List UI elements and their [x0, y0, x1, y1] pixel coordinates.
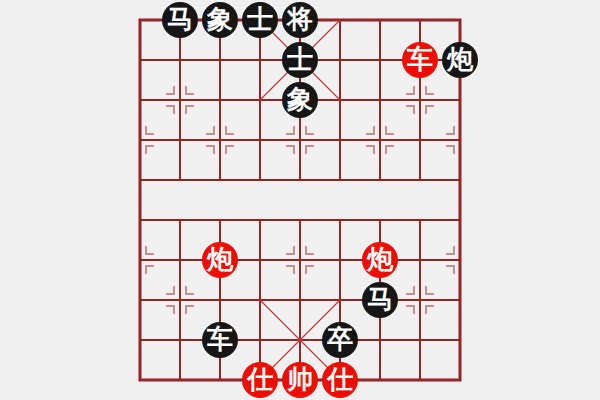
piece-red-advisor-2[interactable]: 仕: [322, 362, 358, 398]
point-f0-r4[interactable]: [120, 160, 160, 200]
point-f3-r1[interactable]: [240, 40, 280, 80]
piece-black-chariot[interactable]: 车: [202, 322, 238, 358]
point-f1-r1[interactable]: [160, 40, 200, 80]
point-f5-r7[interactable]: [320, 280, 360, 320]
point-f4-r3[interactable]: [280, 120, 320, 160]
piece-red-cannon-2[interactable]: 炮: [362, 242, 398, 278]
point-f3-r7[interactable]: [240, 280, 280, 320]
point-f1-r6[interactable]: [160, 240, 200, 280]
point-f1-r9[interactable]: [160, 360, 200, 400]
piece-red-cannon-1[interactable]: 炮: [202, 242, 238, 278]
piece-red-general[interactable]: 帅: [282, 362, 318, 398]
point-f2-r4[interactable]: [200, 160, 240, 200]
point-f3-r8[interactable]: [240, 320, 280, 360]
point-f8-r4[interactable]: [440, 160, 480, 200]
point-f7-r5[interactable]: [400, 200, 440, 240]
point-f5-r0[interactable]: [320, 0, 360, 40]
point-f7-r0[interactable]: [400, 0, 440, 40]
point-f5-r1[interactable]: [320, 40, 360, 80]
point-f0-r5[interactable]: [120, 200, 160, 240]
point-f0-r1[interactable]: [120, 40, 160, 80]
point-f8-r7[interactable]: [440, 280, 480, 320]
point-f3-r2[interactable]: [240, 80, 280, 120]
point-f7-r7[interactable]: [400, 280, 440, 320]
point-f0-r6[interactable]: [120, 240, 160, 280]
piece-red-advisor-1[interactable]: 仕: [242, 362, 278, 398]
point-f7-r2[interactable]: [400, 80, 440, 120]
point-f2-r2[interactable]: [200, 80, 240, 120]
point-f6-r5[interactable]: [360, 200, 400, 240]
point-f4-r7[interactable]: [280, 280, 320, 320]
point-f3-r4[interactable]: [240, 160, 280, 200]
point-f7-r3[interactable]: [400, 120, 440, 160]
point-f6-r0[interactable]: [360, 0, 400, 40]
point-f6-r8[interactable]: [360, 320, 400, 360]
point-f4-r8[interactable]: [280, 320, 320, 360]
point-f6-r9[interactable]: [360, 360, 400, 400]
piece-black-cannon[interactable]: 炮: [442, 42, 478, 78]
point-f2-r5[interactable]: [200, 200, 240, 240]
point-f5-r6[interactable]: [320, 240, 360, 280]
piece-black-elephant-2[interactable]: 象: [282, 82, 318, 118]
point-f5-r4[interactable]: [320, 160, 360, 200]
point-f8-r2[interactable]: [440, 80, 480, 120]
point-f8-r9[interactable]: [440, 360, 480, 400]
piece-black-soldier[interactable]: 卒: [322, 322, 358, 358]
piece-black-horse-1[interactable]: 马: [162, 2, 198, 38]
point-f1-r3[interactable]: [160, 120, 200, 160]
point-f6-r3[interactable]: [360, 120, 400, 160]
piece-black-advisor-2[interactable]: 士: [282, 42, 318, 78]
point-f0-r3[interactable]: [120, 120, 160, 160]
point-f6-r4[interactable]: [360, 160, 400, 200]
point-f1-r7[interactable]: [160, 280, 200, 320]
point-f5-r2[interactable]: [320, 80, 360, 120]
point-f0-r2[interactable]: [120, 80, 160, 120]
point-f1-r4[interactable]: [160, 160, 200, 200]
point-f7-r9[interactable]: [400, 360, 440, 400]
piece-black-horse-2[interactable]: 马: [362, 282, 398, 318]
point-f7-r8[interactable]: [400, 320, 440, 360]
point-f7-r4[interactable]: [400, 160, 440, 200]
point-f8-r0[interactable]: [440, 0, 480, 40]
xiangqi-board: 马象士将士车炮象炮炮马车卒仕帅仕: [0, 0, 600, 400]
point-f3-r3[interactable]: [240, 120, 280, 160]
point-f5-r3[interactable]: [320, 120, 360, 160]
piece-black-general[interactable]: 将: [282, 2, 318, 38]
point-f5-r5[interactable]: [320, 200, 360, 240]
point-f1-r2[interactable]: [160, 80, 200, 120]
point-f3-r5[interactable]: [240, 200, 280, 240]
point-f0-r9[interactable]: [120, 360, 160, 400]
point-f3-r6[interactable]: [240, 240, 280, 280]
point-f0-r7[interactable]: [120, 280, 160, 320]
piece-black-advisor-1[interactable]: 士: [242, 2, 278, 38]
point-f8-r5[interactable]: [440, 200, 480, 240]
point-f2-r9[interactable]: [200, 360, 240, 400]
point-f1-r5[interactable]: [160, 200, 200, 240]
piece-red-chariot[interactable]: 车: [402, 42, 438, 78]
point-f0-r0[interactable]: [120, 0, 160, 40]
point-f2-r3[interactable]: [200, 120, 240, 160]
point-f8-r6[interactable]: [440, 240, 480, 280]
point-f8-r3[interactable]: [440, 120, 480, 160]
point-f6-r1[interactable]: [360, 40, 400, 80]
point-f4-r4[interactable]: [280, 160, 320, 200]
point-f4-r6[interactable]: [280, 240, 320, 280]
point-f2-r1[interactable]: [200, 40, 240, 80]
point-f7-r6[interactable]: [400, 240, 440, 280]
point-f0-r8[interactable]: [120, 320, 160, 360]
point-f8-r8[interactable]: [440, 320, 480, 360]
point-f2-r7[interactable]: [200, 280, 240, 320]
point-f4-r5[interactable]: [280, 200, 320, 240]
point-f1-r8[interactable]: [160, 320, 200, 360]
point-f6-r2[interactable]: [360, 80, 400, 120]
piece-black-elephant-1[interactable]: 象: [202, 2, 238, 38]
